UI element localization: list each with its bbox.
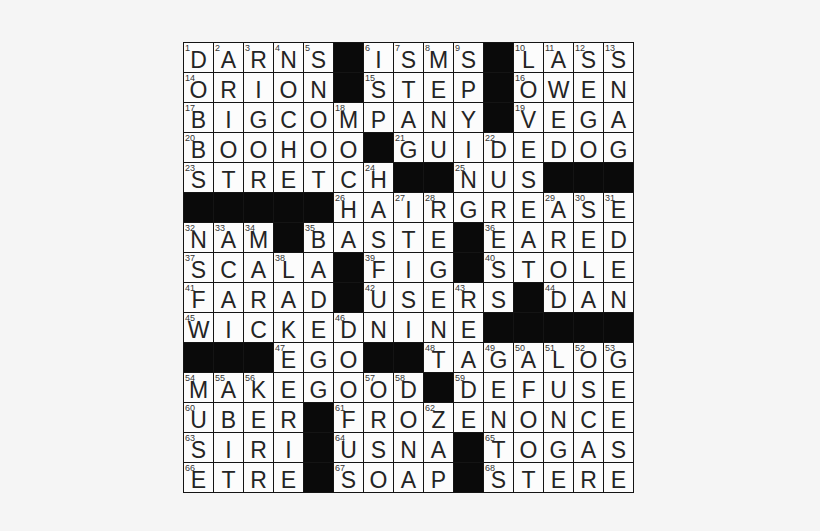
cell-r14c4[interactable]: I bbox=[274, 433, 304, 463]
cell-letter: D bbox=[604, 223, 633, 252]
cell-r13c3[interactable]: E bbox=[244, 403, 274, 433]
cell-r8c5[interactable]: A bbox=[304, 253, 334, 283]
cell-letter: E bbox=[424, 73, 453, 102]
cell-r14c13[interactable]: G bbox=[544, 433, 574, 463]
cell-r9c6 bbox=[334, 283, 364, 313]
cell-r1c7[interactable]: 6I bbox=[364, 43, 394, 73]
cell-letter: F bbox=[364, 253, 393, 282]
cell-r2c9[interactable]: E bbox=[424, 73, 454, 103]
cell-r8c10 bbox=[454, 253, 484, 283]
cell-r9c11[interactable]: S bbox=[484, 283, 514, 313]
cell-r8c4[interactable]: 38L bbox=[274, 253, 304, 283]
cell-letter: A bbox=[244, 253, 273, 282]
cell-r6c10[interactable]: G bbox=[454, 193, 484, 223]
cell-letter: A bbox=[304, 253, 333, 282]
cell-r5c6[interactable]: C bbox=[334, 163, 364, 193]
cell-r10c7[interactable]: N bbox=[364, 313, 394, 343]
cell-r12c15[interactable]: E bbox=[604, 373, 634, 403]
cell-letter: E bbox=[604, 253, 633, 282]
cell-letter: Y bbox=[454, 103, 483, 132]
cell-letter: G bbox=[304, 373, 333, 402]
cell-r15c12[interactable]: T bbox=[514, 463, 544, 493]
cell-r1c9[interactable]: 8M bbox=[424, 43, 454, 73]
cell-letter: O bbox=[334, 133, 363, 162]
cell-r12c9 bbox=[424, 373, 454, 403]
cell-r5c12[interactable]: S bbox=[514, 163, 544, 193]
cell-r14c11[interactable]: 65T bbox=[484, 433, 514, 463]
cell-letter: S bbox=[304, 43, 333, 72]
crossword-grid: 1D2A3R4N5S6I7S8M9S10L11A12S13S14ORION15S… bbox=[183, 42, 634, 493]
cell-r2c10[interactable]: P bbox=[454, 73, 484, 103]
cell-r6c14[interactable]: 30S bbox=[574, 193, 604, 223]
cell-r4c8[interactable]: 21G bbox=[394, 133, 424, 163]
cell-letter: S bbox=[334, 463, 363, 492]
cell-r8c12[interactable]: T bbox=[514, 253, 544, 283]
cell-letter: E bbox=[484, 223, 513, 252]
cell-r6c13[interactable]: 29A bbox=[544, 193, 574, 223]
cell-r11c10[interactable]: A bbox=[454, 343, 484, 373]
cell-r9c2[interactable]: A bbox=[214, 283, 244, 313]
cell-r13c6[interactable]: 61F bbox=[334, 403, 364, 433]
cell-r7c8[interactable]: T bbox=[394, 223, 424, 253]
cell-r12c1[interactable]: 54M bbox=[184, 373, 214, 403]
cell-r15c11[interactable]: 68S bbox=[484, 463, 514, 493]
cell-r7c2[interactable]: 33A bbox=[214, 223, 244, 253]
cell-r4c13[interactable]: D bbox=[544, 133, 574, 163]
cell-r9c10[interactable]: 43R bbox=[454, 283, 484, 313]
cell-r1c13[interactable]: 11A bbox=[544, 43, 574, 73]
cell-r8c13[interactable]: O bbox=[544, 253, 574, 283]
cell-letter: R bbox=[424, 193, 453, 222]
cell-r12c3[interactable]: 56K bbox=[244, 373, 274, 403]
cell-r1c5[interactable]: 5S bbox=[304, 43, 334, 73]
cell-letter: N bbox=[604, 73, 633, 102]
cell-r15c6[interactable]: 67S bbox=[334, 463, 364, 493]
cell-r9c13[interactable]: 44D bbox=[544, 283, 574, 313]
cell-r5c14 bbox=[574, 163, 604, 193]
cell-r7c9[interactable]: E bbox=[424, 223, 454, 253]
cell-letter: T bbox=[214, 163, 243, 192]
cell-r1c1[interactable]: 1D bbox=[184, 43, 214, 73]
cell-letter: G bbox=[424, 253, 453, 282]
cell-r11c5[interactable]: G bbox=[304, 343, 334, 373]
cell-r1c11 bbox=[484, 43, 514, 73]
cell-r3c12[interactable]: 19V bbox=[514, 103, 544, 133]
cell-letter: S bbox=[514, 163, 543, 192]
cell-letter: O bbox=[304, 103, 333, 132]
cell-r4c10[interactable]: I bbox=[454, 133, 484, 163]
cell-r7c13[interactable]: R bbox=[544, 223, 574, 253]
cell-r14c14[interactable]: A bbox=[574, 433, 604, 463]
cell-letter: A bbox=[214, 283, 243, 312]
cell-r10c10[interactable]: E bbox=[454, 313, 484, 343]
cell-r3c13[interactable]: E bbox=[544, 103, 574, 133]
cell-letter: K bbox=[244, 373, 273, 402]
cell-letter: E bbox=[274, 463, 303, 492]
cell-r10c14 bbox=[574, 313, 604, 343]
cell-letter: O bbox=[394, 403, 423, 432]
cell-r3c1[interactable]: 17B bbox=[184, 103, 214, 133]
cell-r15c1[interactable]: 66E bbox=[184, 463, 214, 493]
cell-r14c1[interactable]: 63S bbox=[184, 433, 214, 463]
cell-r12c5[interactable]: G bbox=[304, 373, 334, 403]
cell-r4c1[interactable]: 20B bbox=[184, 133, 214, 163]
cell-r1c4[interactable]: 4N bbox=[274, 43, 304, 73]
cell-letter: T bbox=[394, 223, 423, 252]
cell-letter: E bbox=[274, 343, 303, 372]
cell-r12c10[interactable]: 59D bbox=[454, 373, 484, 403]
cell-r2c7[interactable]: 15S bbox=[364, 73, 394, 103]
cell-r8c15[interactable]: E bbox=[604, 253, 634, 283]
cell-r3c15[interactable]: A bbox=[604, 103, 634, 133]
cell-letter: N bbox=[484, 403, 513, 432]
cell-r13c13[interactable]: N bbox=[544, 403, 574, 433]
cell-r14c2[interactable]: I bbox=[214, 433, 244, 463]
cell-r10c13 bbox=[544, 313, 574, 343]
cell-letter: I bbox=[214, 313, 243, 342]
cell-letter: A bbox=[514, 223, 543, 252]
cell-r2c1[interactable]: 14O bbox=[184, 73, 214, 103]
cell-r10c1[interactable]: 45W bbox=[184, 313, 214, 343]
cell-r8c14[interactable]: L bbox=[574, 253, 604, 283]
cell-r6c9[interactable]: 28R bbox=[424, 193, 454, 223]
cell-r2c11 bbox=[484, 73, 514, 103]
cell-r11c12[interactable]: 50A bbox=[514, 343, 544, 373]
cell-letter: D bbox=[334, 313, 363, 342]
cell-r3c4[interactable]: C bbox=[274, 103, 304, 133]
cell-r9c12 bbox=[514, 283, 544, 313]
cell-r14c6[interactable]: 64U bbox=[334, 433, 364, 463]
cell-letter: E bbox=[424, 283, 453, 312]
cell-r4c15[interactable]: G bbox=[604, 133, 634, 163]
cell-letter: C bbox=[274, 103, 303, 132]
cell-r15c14[interactable]: R bbox=[574, 463, 604, 493]
cell-r10c12 bbox=[514, 313, 544, 343]
cell-letter: E bbox=[184, 463, 213, 492]
cell-r12c11[interactable]: E bbox=[484, 373, 514, 403]
cell-r15c13[interactable]: E bbox=[544, 463, 574, 493]
cell-letter: E bbox=[574, 73, 603, 102]
cell-r11c13[interactable]: 51L bbox=[544, 343, 574, 373]
cell-r8c11[interactable]: 40S bbox=[484, 253, 514, 283]
cell-letter: O bbox=[574, 343, 603, 372]
cell-letter: I bbox=[394, 193, 423, 222]
cell-r6c7[interactable]: A bbox=[364, 193, 394, 223]
cell-r3c8[interactable]: A bbox=[394, 103, 424, 133]
cell-letter: E bbox=[454, 313, 483, 342]
cell-r11c15[interactable]: 53G bbox=[604, 343, 634, 373]
cell-letter: I bbox=[214, 103, 243, 132]
cell-letter: L bbox=[514, 43, 543, 72]
cell-r4c11[interactable]: 22D bbox=[484, 133, 514, 163]
cell-letter: N bbox=[304, 73, 333, 102]
cell-r10c15 bbox=[604, 313, 634, 343]
cell-r7c1[interactable]: 32N bbox=[184, 223, 214, 253]
cell-r9c3[interactable]: R bbox=[244, 283, 274, 313]
cell-letter: D bbox=[394, 373, 423, 402]
cell-letter: I bbox=[364, 43, 393, 72]
cell-r15c9[interactable]: P bbox=[424, 463, 454, 493]
cell-r13c11[interactable]: N bbox=[484, 403, 514, 433]
cell-r10c2[interactable]: I bbox=[214, 313, 244, 343]
cell-letter: L bbox=[574, 253, 603, 282]
cell-r9c5[interactable]: D bbox=[304, 283, 334, 313]
cell-r8c8[interactable]: I bbox=[394, 253, 424, 283]
cell-r3c9[interactable]: N bbox=[424, 103, 454, 133]
cell-r4c12[interactable]: E bbox=[514, 133, 544, 163]
cell-r7c3[interactable]: 34M bbox=[244, 223, 274, 253]
cell-letter: E bbox=[604, 403, 633, 432]
cell-letter: U bbox=[334, 433, 363, 462]
cell-r9c15[interactable]: N bbox=[604, 283, 634, 313]
cell-r11c6[interactable]: O bbox=[334, 343, 364, 373]
cell-r15c3[interactable]: R bbox=[244, 463, 274, 493]
cell-r6c2 bbox=[214, 193, 244, 223]
cell-r13c9[interactable]: 62Z bbox=[424, 403, 454, 433]
cell-letter: U bbox=[484, 163, 513, 192]
cell-letter: O bbox=[574, 133, 603, 162]
cell-r9c14[interactable]: A bbox=[574, 283, 604, 313]
cell-r2c14[interactable]: E bbox=[574, 73, 604, 103]
cell-r11c9[interactable]: 48T bbox=[424, 343, 454, 373]
cell-r7c4 bbox=[274, 223, 304, 253]
cell-letter: R bbox=[244, 463, 273, 492]
cell-r8c6 bbox=[334, 253, 364, 283]
cell-r2c4[interactable]: O bbox=[274, 73, 304, 103]
cell-r7c11[interactable]: 36E bbox=[484, 223, 514, 253]
cell-r11c4[interactable]: 47E bbox=[274, 343, 304, 373]
cell-letter: M bbox=[424, 43, 453, 72]
cell-letter: E bbox=[424, 223, 453, 252]
cell-letter: B bbox=[184, 103, 213, 132]
cell-r8c9[interactable]: G bbox=[424, 253, 454, 283]
cell-r11c11[interactable]: 49G bbox=[484, 343, 514, 373]
cell-letter: E bbox=[274, 163, 303, 192]
cell-letter: N bbox=[364, 313, 393, 342]
cell-r13c1[interactable]: 60U bbox=[184, 403, 214, 433]
cell-letter: A bbox=[514, 343, 543, 372]
cell-r13c4[interactable]: R bbox=[274, 403, 304, 433]
cell-r7c14[interactable]: E bbox=[574, 223, 604, 253]
cell-letter: D bbox=[544, 133, 573, 162]
cell-letter: I bbox=[244, 73, 273, 102]
cell-r8c3[interactable]: A bbox=[244, 253, 274, 283]
cell-r15c7[interactable]: O bbox=[364, 463, 394, 493]
cell-r15c15[interactable]: E bbox=[604, 463, 634, 493]
cell-letter: R bbox=[454, 283, 483, 312]
cell-r3c7[interactable]: P bbox=[364, 103, 394, 133]
cell-r3c10[interactable]: Y bbox=[454, 103, 484, 133]
cell-r13c10[interactable]: E bbox=[454, 403, 484, 433]
cell-letter: U bbox=[544, 373, 573, 402]
cell-letter: O bbox=[304, 133, 333, 162]
cell-letter: E bbox=[604, 463, 633, 492]
cell-letter: O bbox=[514, 433, 543, 462]
cell-r6c11[interactable]: R bbox=[484, 193, 514, 223]
cell-r3c6[interactable]: 18M bbox=[334, 103, 364, 133]
cell-letter: V bbox=[514, 103, 543, 132]
cell-r11c7 bbox=[364, 343, 394, 373]
cell-r12c12[interactable]: F bbox=[514, 373, 544, 403]
cell-r12c2[interactable]: 55A bbox=[214, 373, 244, 403]
cell-r5c11[interactable]: U bbox=[484, 163, 514, 193]
cell-r2c2[interactable]: R bbox=[214, 73, 244, 103]
cell-r14c15[interactable]: S bbox=[604, 433, 634, 463]
cell-r7c5[interactable]: 35B bbox=[304, 223, 334, 253]
cell-letter: S bbox=[604, 43, 633, 72]
cell-r10c8[interactable]: I bbox=[394, 313, 424, 343]
cell-r1c12[interactable]: 10L bbox=[514, 43, 544, 73]
cell-r4c3[interactable]: O bbox=[244, 133, 274, 163]
cell-r5c7[interactable]: 24H bbox=[364, 163, 394, 193]
cell-r2c15[interactable]: N bbox=[604, 73, 634, 103]
cell-r15c4[interactable]: E bbox=[274, 463, 304, 493]
cell-letter: O bbox=[364, 373, 393, 402]
cell-letter: R bbox=[574, 463, 603, 492]
cell-r13c7[interactable]: R bbox=[364, 403, 394, 433]
cell-r13c8[interactable]: O bbox=[394, 403, 424, 433]
cell-r2c12[interactable]: 16O bbox=[514, 73, 544, 103]
cell-r6c1 bbox=[184, 193, 214, 223]
cell-letter: O bbox=[244, 133, 273, 162]
cell-r13c14[interactable]: C bbox=[574, 403, 604, 433]
cell-r9c4[interactable]: A bbox=[274, 283, 304, 313]
cell-r5c5[interactable]: T bbox=[304, 163, 334, 193]
cell-letter: S bbox=[364, 73, 393, 102]
cell-r5c10[interactable]: 25N bbox=[454, 163, 484, 193]
cell-r14c8[interactable]: N bbox=[394, 433, 424, 463]
cell-r13c15[interactable]: E bbox=[604, 403, 634, 433]
cell-r7c12[interactable]: A bbox=[514, 223, 544, 253]
cell-r4c5[interactable]: O bbox=[304, 133, 334, 163]
cell-r4c9[interactable]: U bbox=[424, 133, 454, 163]
cell-r11c14[interactable]: 52O bbox=[574, 343, 604, 373]
cell-r3c2[interactable]: I bbox=[214, 103, 244, 133]
cell-r4c6[interactable]: O bbox=[334, 133, 364, 163]
cell-r2c5[interactable]: N bbox=[304, 73, 334, 103]
cell-r15c8[interactable]: A bbox=[394, 463, 424, 493]
cell-r4c2[interactable]: O bbox=[214, 133, 244, 163]
cell-r7c15[interactable]: D bbox=[604, 223, 634, 253]
cell-r5c4[interactable]: E bbox=[274, 163, 304, 193]
cell-r3c14[interactable]: G bbox=[574, 103, 604, 133]
cell-r10c5[interactable]: E bbox=[304, 313, 334, 343]
cell-r9c7[interactable]: 42U bbox=[364, 283, 394, 313]
cell-letter: H bbox=[334, 193, 363, 222]
cell-r9c8[interactable]: S bbox=[394, 283, 424, 313]
cell-r14c3[interactable]: R bbox=[244, 433, 274, 463]
cell-letter: N bbox=[544, 403, 573, 432]
cell-letter: A bbox=[574, 433, 603, 462]
cell-letter: S bbox=[574, 43, 603, 72]
cell-r8c1[interactable]: 37S bbox=[184, 253, 214, 283]
cell-r1c3[interactable]: 3R bbox=[244, 43, 274, 73]
cell-letter: K bbox=[274, 313, 303, 342]
cell-r6c12[interactable]: E bbox=[514, 193, 544, 223]
cell-r12c8[interactable]: 58D bbox=[394, 373, 424, 403]
cell-r5c2[interactable]: T bbox=[214, 163, 244, 193]
cell-r1c2[interactable]: 2A bbox=[214, 43, 244, 73]
cell-r2c3[interactable]: I bbox=[244, 73, 274, 103]
cell-letter: S bbox=[484, 463, 513, 492]
cell-r14c10 bbox=[454, 433, 484, 463]
cell-r6c8[interactable]: 27I bbox=[394, 193, 424, 223]
cell-r14c7[interactable]: S bbox=[364, 433, 394, 463]
cell-letter: D bbox=[304, 283, 333, 312]
cell-r2c13[interactable]: W bbox=[544, 73, 574, 103]
cell-r15c5 bbox=[304, 463, 334, 493]
cell-r7c6[interactable]: A bbox=[334, 223, 364, 253]
cell-r4c4[interactable]: H bbox=[274, 133, 304, 163]
cell-r14c9[interactable]: A bbox=[424, 433, 454, 463]
cell-r2c8[interactable]: T bbox=[394, 73, 424, 103]
cell-r5c3[interactable]: R bbox=[244, 163, 274, 193]
cell-r12c6[interactable]: O bbox=[334, 373, 364, 403]
cell-r7c10 bbox=[454, 223, 484, 253]
cell-letter: A bbox=[454, 343, 483, 372]
cell-r3c5[interactable]: O bbox=[304, 103, 334, 133]
cell-r3c3[interactable]: G bbox=[244, 103, 274, 133]
cell-r10c9[interactable]: N bbox=[424, 313, 454, 343]
cell-r11c3 bbox=[244, 343, 274, 373]
cell-r13c2[interactable]: B bbox=[214, 403, 244, 433]
cell-letter: N bbox=[454, 163, 483, 192]
cell-r12c14[interactable]: S bbox=[574, 373, 604, 403]
cell-r7c7[interactable]: S bbox=[364, 223, 394, 253]
cell-letter: W bbox=[184, 313, 213, 342]
cell-r8c7[interactable]: 39F bbox=[364, 253, 394, 283]
cell-r9c9[interactable]: E bbox=[424, 283, 454, 313]
cell-r1c15[interactable]: 13S bbox=[604, 43, 634, 73]
cell-letter: S bbox=[364, 223, 393, 252]
cell-r1c8[interactable]: 7S bbox=[394, 43, 424, 73]
cell-r1c10[interactable]: 9S bbox=[454, 43, 484, 73]
cell-r12c4[interactable]: E bbox=[274, 373, 304, 403]
cell-letter: A bbox=[334, 223, 363, 252]
cell-r10c4[interactable]: K bbox=[274, 313, 304, 343]
cell-r10c3[interactable]: C bbox=[244, 313, 274, 343]
cell-letter: G bbox=[484, 343, 513, 372]
cell-letter: S bbox=[184, 163, 213, 192]
cell-r5c1[interactable]: 23S bbox=[184, 163, 214, 193]
cell-letter: E bbox=[604, 193, 633, 222]
cell-r12c13[interactable]: U bbox=[544, 373, 574, 403]
cell-letter: C bbox=[214, 253, 243, 282]
cell-r6c6[interactable]: 26H bbox=[334, 193, 364, 223]
cell-letter: E bbox=[304, 313, 333, 342]
cell-letter: L bbox=[544, 343, 573, 372]
cell-r8c2[interactable]: C bbox=[214, 253, 244, 283]
cell-letter: O bbox=[544, 253, 573, 282]
cell-r13c5 bbox=[304, 403, 334, 433]
cell-r14c12[interactable]: O bbox=[514, 433, 544, 463]
cell-r1c14[interactable]: 12S bbox=[574, 43, 604, 73]
cell-r12c7[interactable]: 57O bbox=[364, 373, 394, 403]
cell-r6c15[interactable]: 31E bbox=[604, 193, 634, 223]
cell-letter: R bbox=[244, 433, 273, 462]
cell-r13c12[interactable]: O bbox=[514, 403, 544, 433]
cell-letter: S bbox=[394, 43, 423, 72]
cell-r15c2[interactable]: T bbox=[214, 463, 244, 493]
cell-letter: G bbox=[604, 343, 633, 372]
cell-r10c6[interactable]: 46D bbox=[334, 313, 364, 343]
cell-r9c1[interactable]: 41F bbox=[184, 283, 214, 313]
cell-letter: R bbox=[244, 163, 273, 192]
cell-r4c14[interactable]: O bbox=[574, 133, 604, 163]
cell-letter: C bbox=[574, 403, 603, 432]
cell-letter: U bbox=[184, 403, 213, 432]
cell-letter: E bbox=[544, 103, 573, 132]
